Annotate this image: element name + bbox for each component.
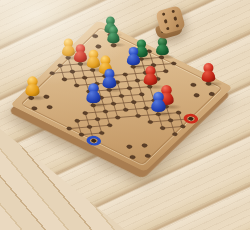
wooden-die[interactable] [155, 7, 191, 43]
die-pip [173, 17, 177, 21]
die-pip [162, 12, 166, 16]
ludo-scene [0, 0, 250, 230]
peg-blue[interactable] [126, 47, 140, 68]
peg-green[interactable] [106, 26, 119, 46]
peg-blue[interactable] [151, 92, 167, 115]
die-pip [164, 19, 168, 23]
die-pip [171, 10, 175, 14]
die-pip [166, 26, 170, 30]
die-pip [175, 23, 179, 27]
peg-red[interactable] [201, 63, 216, 85]
peg-blue[interactable] [86, 83, 101, 106]
peg-yellow[interactable] [24, 77, 39, 100]
pegs-layer [0, 0, 250, 230]
peg-blue[interactable] [102, 69, 117, 91]
peg-red[interactable] [142, 66, 157, 88]
